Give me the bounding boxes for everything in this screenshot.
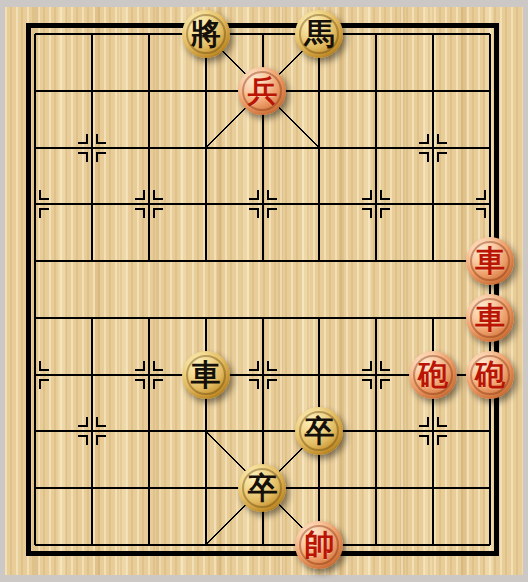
piece-character: 車 (191, 360, 221, 390)
red-cannon[interactable]: 砲 (466, 351, 514, 399)
piece-character: 馬 (304, 19, 334, 49)
pieces-layer: 將馬兵車車車砲砲卒卒帥 (7, 6, 519, 574)
piece-character: 車 (475, 246, 505, 276)
piece-character: 砲 (475, 360, 505, 390)
black-soldier[interactable]: 卒 (295, 407, 343, 455)
piece-character: 卒 (247, 473, 277, 503)
black-soldier[interactable]: 卒 (238, 464, 286, 512)
piece-character: 兵 (247, 76, 277, 106)
piece-character: 卒 (304, 416, 334, 446)
red-soldier[interactable]: 兵 (238, 67, 286, 115)
piece-character: 砲 (418, 360, 448, 390)
red-chariot[interactable]: 車 (466, 294, 514, 342)
piece-character: 將 (191, 19, 221, 49)
black-horse[interactable]: 馬 (295, 10, 343, 58)
xiangqi-app-window: 將馬兵車車車砲砲卒卒帥 (0, 0, 528, 582)
black-chariot[interactable]: 車 (182, 351, 230, 399)
piece-character: 車 (475, 303, 505, 333)
red-general[interactable]: 帥 (295, 521, 343, 569)
red-cannon[interactable]: 砲 (409, 351, 457, 399)
black-general[interactable]: 將 (182, 10, 230, 58)
piece-character: 帥 (304, 530, 334, 560)
red-chariot[interactable]: 車 (466, 237, 514, 285)
